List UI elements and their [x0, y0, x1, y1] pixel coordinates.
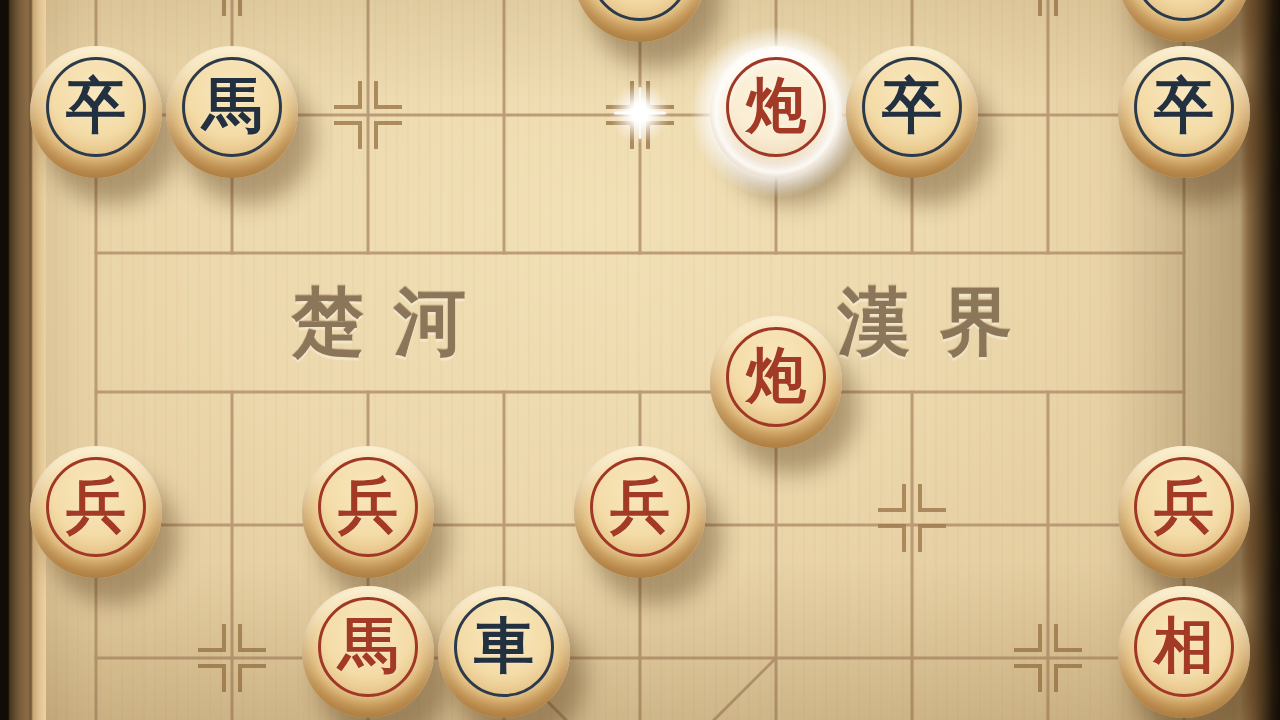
piece-red-cannon[interactable]: 炮 — [710, 46, 842, 178]
piece-ring: 炮 — [726, 57, 826, 157]
piece-ring: 卒 — [1134, 57, 1234, 157]
piece-ring: 兵 — [318, 457, 418, 557]
piece-red-soldier[interactable]: 兵 — [302, 446, 434, 578]
app-screen: 楚河 漢界 炮馬卒馬炮卒卒炮兵兵兵兵馬車相 — [0, 0, 1280, 720]
piece-black-horse[interactable]: 馬 — [166, 46, 298, 178]
piece-red-cannon[interactable]: 炮 — [710, 316, 842, 448]
piece-black-soldier[interactable]: 卒 — [1118, 46, 1250, 178]
piece-ring: 兵 — [590, 457, 690, 557]
piece-red-elephant[interactable]: 相 — [1118, 586, 1250, 718]
piece-ring: 卒 — [46, 57, 146, 157]
river-label-left: 楚河 — [292, 277, 496, 369]
piece-glyph: 相 — [1154, 616, 1214, 676]
piece-glyph: 兵 — [1154, 476, 1214, 536]
piece-glyph: 兵 — [338, 476, 398, 536]
piece-ring: 炮 — [590, 0, 690, 21]
piece-glyph: 卒 — [882, 76, 942, 136]
piece-glyph: 兵 — [610, 476, 670, 536]
piece-ring: 炮 — [726, 327, 826, 427]
piece-ring: 馬 — [318, 597, 418, 697]
piece-ring: 相 — [1134, 597, 1234, 697]
piece-ring: 兵 — [46, 457, 146, 557]
piece-glyph: 炮 — [746, 76, 806, 136]
piece-ring: 馬 — [1134, 0, 1234, 21]
piece-ring: 卒 — [862, 57, 962, 157]
piece-ring: 馬 — [182, 57, 282, 157]
piece-red-horse[interactable]: 馬 — [302, 586, 434, 718]
piece-black-chariot[interactable]: 車 — [438, 586, 570, 718]
piece-glyph: 卒 — [1154, 76, 1214, 136]
piece-ring: 兵 — [1134, 457, 1234, 557]
piece-glyph: 卒 — [66, 76, 126, 136]
piece-glyph: 兵 — [66, 476, 126, 536]
xiangqi-board[interactable]: 楚河 漢界 炮馬卒馬炮卒卒炮兵兵兵兵馬車相 — [0, 0, 1280, 720]
piece-glyph: 炮 — [746, 346, 806, 406]
piece-red-soldier[interactable]: 兵 — [574, 446, 706, 578]
piece-glyph: 馬 — [202, 76, 262, 136]
piece-red-soldier[interactable]: 兵 — [30, 446, 162, 578]
piece-black-soldier[interactable]: 卒 — [846, 46, 978, 178]
piece-glyph: 車 — [474, 616, 534, 676]
piece-ring: 車 — [454, 597, 554, 697]
piece-red-soldier[interactable]: 兵 — [1118, 446, 1250, 578]
piece-glyph: 馬 — [338, 616, 398, 676]
piece-black-soldier[interactable]: 卒 — [30, 46, 162, 178]
river-label-right: 漢界 — [838, 277, 1042, 369]
